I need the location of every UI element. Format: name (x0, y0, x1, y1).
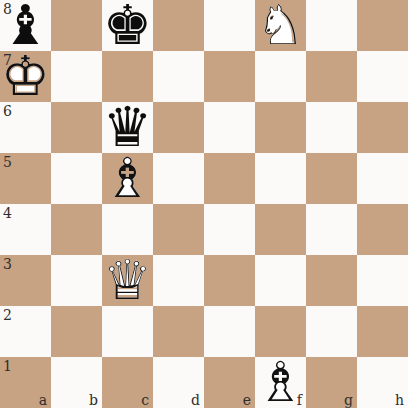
file-label-d: d (191, 393, 200, 407)
square-d6[interactable] (153, 102, 204, 153)
rank-label-4: 4 (3, 206, 12, 220)
white-king-icon: ♔ (1, 51, 50, 102)
square-g2[interactable] (306, 306, 357, 357)
file-label-g: g (344, 393, 353, 407)
square-h6[interactable] (357, 102, 408, 153)
white-knight-icon: ♘ (256, 0, 305, 51)
white-bishop-icon: ♗ (256, 357, 305, 408)
square-a2[interactable]: 2 (0, 306, 51, 357)
rank-label-2: 2 (3, 308, 12, 322)
square-c1[interactable]: c (102, 357, 153, 408)
square-h1[interactable]: h (357, 357, 408, 408)
square-d3[interactable] (153, 255, 204, 306)
square-e6[interactable] (204, 102, 255, 153)
square-h3[interactable] (357, 255, 408, 306)
square-g8[interactable] (306, 0, 357, 51)
black-king-icon: ♚ (103, 0, 152, 51)
square-e8[interactable] (204, 0, 255, 51)
square-f4[interactable] (255, 204, 306, 255)
square-d7[interactable] (153, 51, 204, 102)
square-d8[interactable] (153, 0, 204, 51)
square-g4[interactable] (306, 204, 357, 255)
square-a3[interactable]: 3 (0, 255, 51, 306)
square-c3[interactable]: ♛♕ (102, 255, 153, 306)
square-b7[interactable] (51, 51, 102, 102)
square-a4[interactable]: 4 (0, 204, 51, 255)
square-b1[interactable]: b (51, 357, 102, 408)
square-h2[interactable] (357, 306, 408, 357)
square-b8[interactable] (51, 0, 102, 51)
square-e1[interactable]: e (204, 357, 255, 408)
white-queen-icon: ♕ (103, 255, 152, 306)
square-a1[interactable]: 1a (0, 357, 51, 408)
chess-board: 8♝♚♞♘7♚♔6♛5♝♗43♛♕21abcdef♝♗gh (0, 0, 408, 408)
rank-label-5: 5 (3, 155, 12, 169)
square-g3[interactable] (306, 255, 357, 306)
file-label-a: a (39, 393, 47, 407)
square-b3[interactable] (51, 255, 102, 306)
square-h5[interactable] (357, 153, 408, 204)
square-a5[interactable]: 5 (0, 153, 51, 204)
square-e3[interactable] (204, 255, 255, 306)
white-bishop-icon: ♗ (103, 153, 152, 204)
file-label-e: e (243, 393, 251, 407)
square-e5[interactable] (204, 153, 255, 204)
square-g1[interactable]: g (306, 357, 357, 408)
square-f7[interactable] (255, 51, 306, 102)
square-f8[interactable]: ♞♘ (255, 0, 306, 51)
file-label-c: c (141, 393, 149, 407)
piece-white-queen[interactable]: ♛♕ (102, 255, 153, 306)
square-e7[interactable] (204, 51, 255, 102)
square-d4[interactable] (153, 204, 204, 255)
square-h4[interactable] (357, 204, 408, 255)
square-a6[interactable]: 6 (0, 102, 51, 153)
square-d2[interactable] (153, 306, 204, 357)
piece-white-bishop[interactable]: ♝♗ (255, 357, 306, 408)
piece-white-knight[interactable]: ♞♘ (255, 0, 306, 51)
square-g5[interactable] (306, 153, 357, 204)
piece-white-king[interactable]: ♚♔ (0, 51, 51, 102)
square-h7[interactable] (357, 51, 408, 102)
square-c5[interactable]: ♝♗ (102, 153, 153, 204)
square-a7[interactable]: 7♚♔ (0, 51, 51, 102)
square-e4[interactable] (204, 204, 255, 255)
rank-label-3: 3 (3, 257, 12, 271)
piece-white-bishop[interactable]: ♝♗ (102, 153, 153, 204)
square-d1[interactable]: d (153, 357, 204, 408)
file-label-b: b (89, 393, 98, 407)
square-b2[interactable] (51, 306, 102, 357)
square-e2[interactable] (204, 306, 255, 357)
rank-label-6: 6 (3, 104, 12, 118)
square-g7[interactable] (306, 51, 357, 102)
square-f6[interactable] (255, 102, 306, 153)
square-g6[interactable] (306, 102, 357, 153)
square-b4[interactable] (51, 204, 102, 255)
square-d5[interactable] (153, 153, 204, 204)
square-h8[interactable] (357, 0, 408, 51)
square-c2[interactable] (102, 306, 153, 357)
square-b5[interactable] (51, 153, 102, 204)
square-b6[interactable] (51, 102, 102, 153)
square-f1[interactable]: f♝♗ (255, 357, 306, 408)
rank-label-1: 1 (3, 359, 12, 373)
square-f3[interactable] (255, 255, 306, 306)
square-f5[interactable] (255, 153, 306, 204)
file-label-h: h (395, 393, 404, 407)
square-c8[interactable]: ♚ (102, 0, 153, 51)
piece-black-king[interactable]: ♚ (102, 0, 153, 51)
